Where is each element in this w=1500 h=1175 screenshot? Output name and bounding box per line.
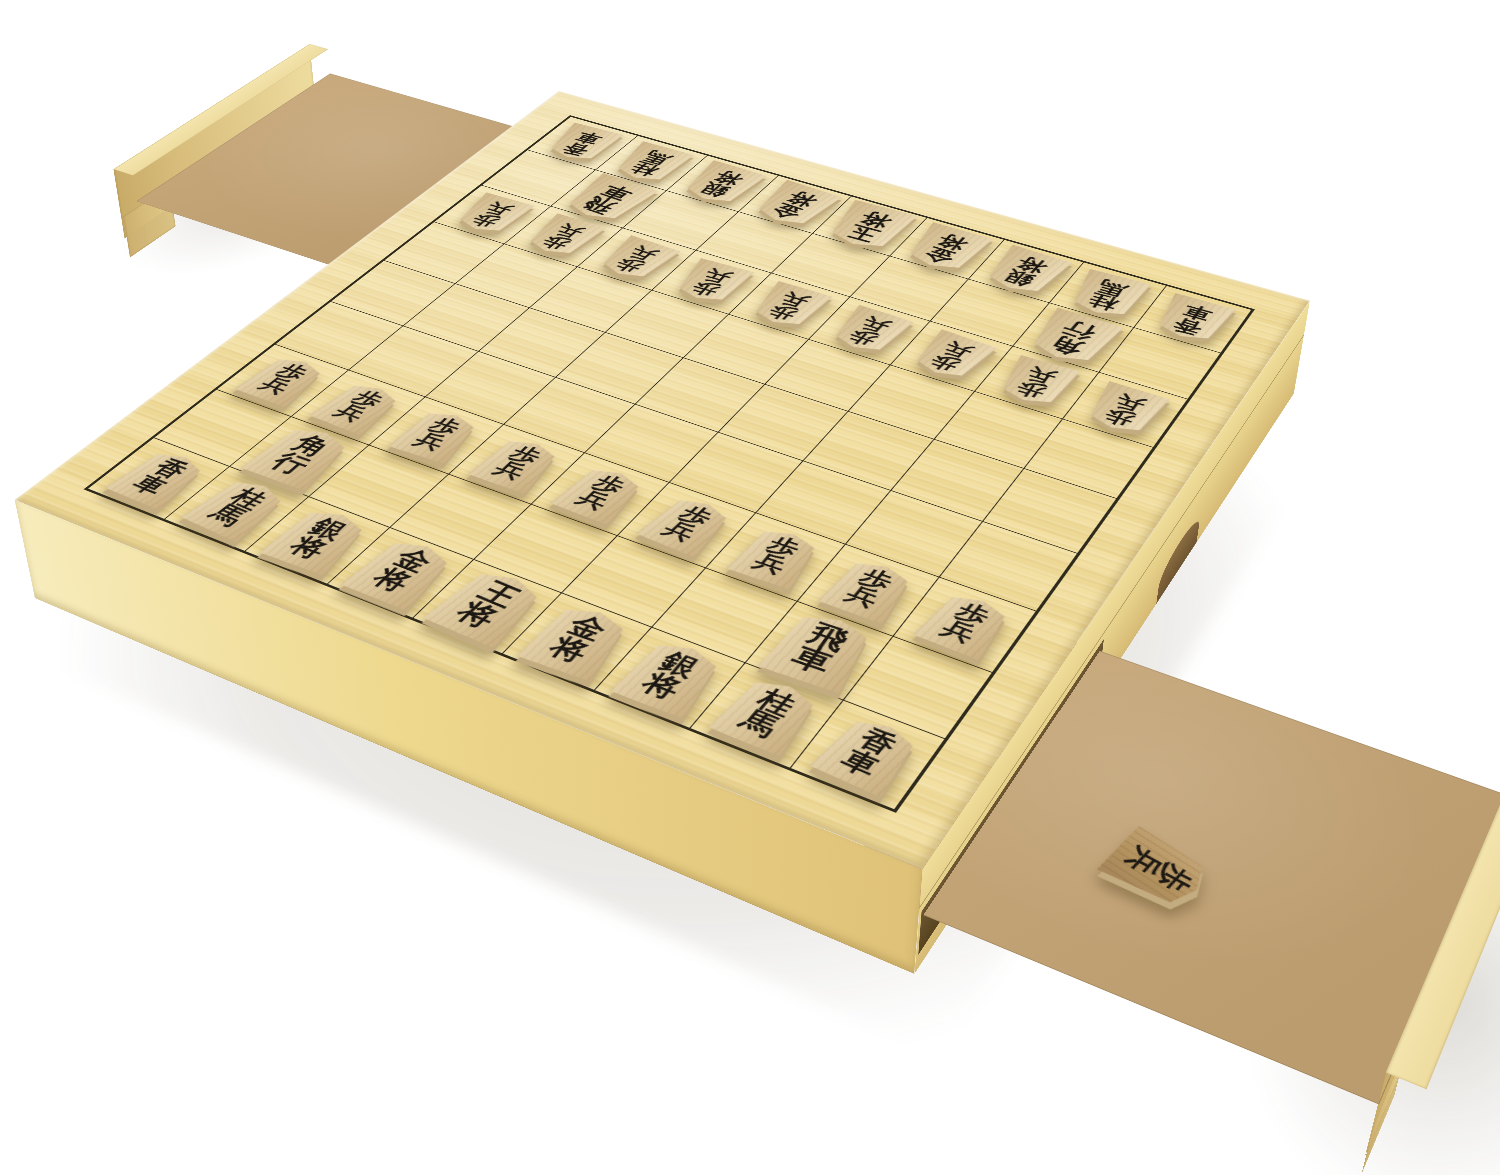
square-3i[interactable]: 銀将 xyxy=(595,627,746,728)
kanji-bottom: 馬 xyxy=(734,706,784,741)
kanji-top: 歩 xyxy=(425,415,465,438)
kanji-top: 歩 xyxy=(763,533,804,560)
kanji-bottom: 兵 xyxy=(489,458,530,483)
kanji-bottom: 兵 xyxy=(1119,843,1168,879)
kanji-bottom: 将 xyxy=(285,533,333,562)
piece-lance-1i[interactable]: 香車 xyxy=(810,712,926,797)
kanji-bottom: 車 xyxy=(127,472,172,498)
piece-king-sente-5i[interactable]: 王将 xyxy=(423,564,552,648)
square-2i[interactable]: 桂馬 xyxy=(691,663,843,768)
piece-face: 歩兵 xyxy=(912,588,1017,660)
kanji-top: 銀 xyxy=(305,515,353,544)
piece-face: 金将 xyxy=(340,534,461,611)
piece-knight-2i[interactable]: 桂馬 xyxy=(707,673,826,757)
product-photo-scene: 歩兵 香車桂馬銀将金将玉将金将銀将桂馬香車飛車角行歩兵歩兵歩兵歩兵歩兵歩兵歩兵歩… xyxy=(0,0,1500,1175)
piece-face: 香車 xyxy=(105,446,213,510)
kanji-bottom: 将 xyxy=(451,597,505,632)
piece-face: 歩兵 xyxy=(817,555,920,624)
kanji-top: 金 xyxy=(562,612,612,645)
piece-face: 歩兵 xyxy=(1097,825,1218,913)
piece-silver-3i[interactable]: 銀将 xyxy=(609,635,731,719)
piece-face: 角行 xyxy=(240,422,358,491)
square-4f[interactable] xyxy=(669,432,803,513)
square-2g[interactable]: 歩兵 xyxy=(797,545,939,637)
piece-face: 飛車 xyxy=(757,607,881,694)
piece-face: 銀将 xyxy=(259,504,376,576)
kanji-bottom: 兵 xyxy=(937,617,981,647)
piece-pawn-4g[interactable]: 歩兵 xyxy=(636,493,737,557)
kanji-bottom: 将 xyxy=(367,565,417,596)
kanji-bottom: 兵 xyxy=(255,375,295,397)
square-1i[interactable]: 香車 xyxy=(791,700,945,809)
piece-pawn-9g[interactable]: 歩兵 xyxy=(234,353,331,408)
square-4h[interactable] xyxy=(562,536,706,627)
piece-silver-7i[interactable]: 銀将 xyxy=(259,504,377,577)
piece-pawn-2c[interactable]: 歩兵 xyxy=(992,355,1081,410)
piece-pawn-5g[interactable]: 歩兵 xyxy=(550,463,650,525)
kanji-bottom: 将 xyxy=(544,633,594,666)
square-2e[interactable] xyxy=(892,440,1024,522)
square-2d[interactable] xyxy=(934,392,1062,469)
kanji-top: 香 xyxy=(148,456,192,482)
kanji-bottom: 車 xyxy=(786,642,838,678)
kanji-top: 歩 xyxy=(1101,405,1139,428)
piece-face: 銀将 xyxy=(610,636,731,720)
piece-face: 歩兵 xyxy=(1080,381,1170,437)
kanji-bottom: 車 xyxy=(836,745,885,780)
kanji-top: 歩 xyxy=(675,502,717,528)
kanji-top: 銀 xyxy=(656,648,706,681)
kanji-bottom: 兵 xyxy=(481,200,516,218)
piece-face: 桂馬 xyxy=(707,673,826,758)
kanji-top: 桂 xyxy=(752,686,801,720)
square-8i[interactable]: 桂馬 xyxy=(165,467,308,551)
square-3g[interactable]: 歩兵 xyxy=(706,513,846,602)
piece-pawn-1c[interactable]: 歩兵 xyxy=(1080,381,1170,437)
kanji-top: 歩 xyxy=(589,472,630,497)
piece-face: 桂馬 xyxy=(180,474,294,542)
kanji-bottom: 兵 xyxy=(1112,391,1149,414)
square-1g[interactable]: 歩兵 xyxy=(893,577,1036,673)
kanji-top: 金 xyxy=(388,546,438,577)
piece-knight-8i[interactable]: 桂馬 xyxy=(180,475,293,543)
piece-pawn-1g[interactable]: 歩兵 xyxy=(913,589,1016,661)
square-7h[interactable] xyxy=(309,446,449,528)
square-9h[interactable] xyxy=(154,390,291,467)
kanji-top: 角 xyxy=(287,432,335,460)
piece-face: 王将 xyxy=(422,564,552,648)
piece-face: 歩兵 xyxy=(467,434,566,494)
piece-gold-4i[interactable]: 金将 xyxy=(515,600,638,683)
square-1h[interactable] xyxy=(843,637,991,739)
kanji-bottom: 兵 xyxy=(330,401,371,424)
kanji-top: 王 xyxy=(473,577,526,611)
kanji-top: 桂 xyxy=(226,485,272,513)
kanji-bottom: 行 xyxy=(266,450,315,478)
square-5h[interactable] xyxy=(474,505,617,593)
piece-face: 歩兵 xyxy=(669,258,755,306)
piece-face: 歩兵 xyxy=(387,406,484,463)
piece-face: 金将 xyxy=(516,600,637,682)
square-5g[interactable]: 歩兵 xyxy=(531,453,669,536)
square-9i[interactable]: 香車 xyxy=(88,438,230,519)
square-4g[interactable]: 歩兵 xyxy=(617,483,756,569)
piece-face: 歩兵 xyxy=(725,524,825,590)
square-1d[interactable] xyxy=(1024,419,1153,499)
piece-pawn-2g[interactable]: 歩兵 xyxy=(817,555,920,624)
kanji-top: 歩 xyxy=(855,566,897,594)
kanji-bottom: 兵 xyxy=(749,550,791,577)
square-5i[interactable]: 王将 xyxy=(414,560,562,654)
piece-pawn-7g[interactable]: 歩兵 xyxy=(387,406,486,464)
piece-pawn-drawer-tray-1[interactable]: 歩兵 xyxy=(1102,826,1211,913)
square-4e[interactable] xyxy=(718,385,848,461)
square-1e[interactable] xyxy=(983,469,1116,553)
square-4i[interactable]: 金将 xyxy=(503,593,652,690)
square-3f[interactable] xyxy=(756,461,892,545)
square-8h[interactable]: 角行 xyxy=(230,417,368,496)
square-2f[interactable] xyxy=(846,491,983,578)
kanji-bottom: 馬 xyxy=(204,501,251,529)
kanji-bottom: 兵 xyxy=(841,583,884,611)
piece-lance-9i[interactable]: 香車 xyxy=(105,446,213,509)
kanji-top: 歩 xyxy=(505,443,546,467)
kanji-top: 飛 xyxy=(803,620,854,655)
kanji-top: 歩 xyxy=(348,388,388,411)
piece-rook-2h[interactable]: 飛車 xyxy=(756,607,883,695)
square-3h[interactable] xyxy=(652,569,797,664)
piece-face: 歩兵 xyxy=(234,353,331,408)
square-6i[interactable]: 金将 xyxy=(328,528,474,618)
square-7g[interactable]: 歩兵 xyxy=(369,397,504,475)
shogi-board-set: 歩兵 香車桂馬銀将金将玉将金将銀将桂馬香車飛車角行歩兵歩兵歩兵歩兵歩兵歩兵歩兵歩… xyxy=(15,91,1310,869)
kanji-bottom: 兵 xyxy=(700,266,735,285)
square-5f[interactable] xyxy=(585,404,718,482)
kanji-bottom: 兵 xyxy=(658,518,701,545)
piece-face: 歩兵 xyxy=(993,355,1081,409)
piece-face: 歩兵 xyxy=(635,492,738,557)
piece-face: 香車 xyxy=(809,711,927,796)
square-2h[interactable]: 飛車 xyxy=(746,602,893,700)
piece-bishop-8h[interactable]: 角行 xyxy=(240,422,358,492)
piece-gold-6i[interactable]: 金将 xyxy=(340,534,461,611)
piece-face: 歩兵 xyxy=(550,463,651,525)
kanji-top: 香 xyxy=(854,725,902,759)
kanji-top: 歩 xyxy=(951,600,994,629)
square-3e[interactable] xyxy=(803,412,934,491)
piece-pawn-3g[interactable]: 歩兵 xyxy=(725,523,827,590)
square-6h[interactable] xyxy=(390,475,531,560)
square-7i[interactable]: 銀将 xyxy=(245,497,390,584)
square-1f[interactable] xyxy=(939,522,1077,612)
kanji-bottom: 兵 xyxy=(409,430,449,454)
piece-pawn-6g[interactable]: 歩兵 xyxy=(467,434,567,494)
kanji-bottom: 将 xyxy=(637,669,687,703)
square-6g[interactable]: 歩兵 xyxy=(449,425,585,505)
kanji-bottom: 兵 xyxy=(572,488,614,514)
